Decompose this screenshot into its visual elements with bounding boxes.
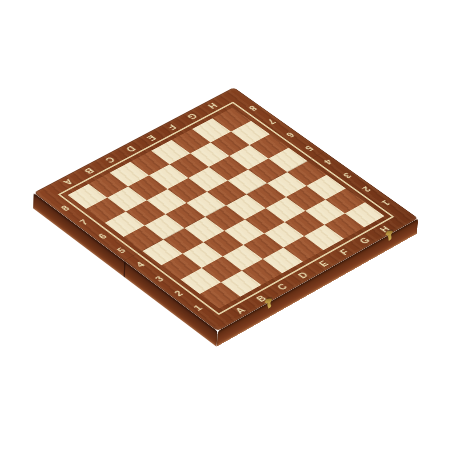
board-top-face: AABBCCDDEEFFGGHH1122334455667788 <box>34 87 419 331</box>
fold-seam-side <box>123 261 125 278</box>
chess-board-product-photo: AABBCCDDEEFFGGHH1122334455667788 <box>0 0 450 450</box>
